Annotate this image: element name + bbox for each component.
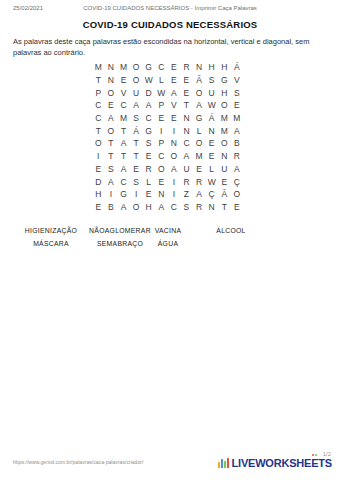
liveworksheets-logo: LIVEWORKSHEETS (218, 457, 333, 469)
grid-cell-r9c7: A (168, 163, 181, 176)
grid-cell-r10c7: I (168, 175, 181, 188)
grid-cell-r6c9: L (193, 124, 206, 137)
grid-cell-r2c1: T (92, 74, 105, 87)
grid-cell-r7c4: T (130, 137, 143, 150)
grid-cell-r4c9: A (193, 99, 206, 112)
grid-cell-r9c11: U (218, 163, 231, 176)
grid-cell-r1c10: H (205, 61, 218, 74)
grid-cell-r10c1: D (92, 175, 105, 188)
grid-cell-r3c9: O (193, 86, 206, 99)
grid-cell-r4c5: A (142, 99, 155, 112)
grid-cell-r11c2: I (105, 188, 118, 201)
grid-cell-r4c11: O (218, 99, 231, 112)
grid-cell-r9c3: A (117, 163, 130, 176)
grid-cell-r6c2: O (105, 124, 118, 137)
word-list-column-4: ÁLCOOL (205, 224, 257, 237)
grid-cell-r5c7: E (168, 112, 181, 125)
word-list-column-1: HIGIENIZAÇÃOMÁSCARA (18, 224, 84, 250)
word-item: ÁGUA (145, 237, 191, 250)
grid-cell-r6c10: N (205, 124, 218, 137)
grid-cell-r3c8: E (180, 86, 193, 99)
grid-cell-r10c2: A (105, 175, 118, 188)
grid-cell-r9c2: S (105, 163, 118, 176)
grid-cell-r8c3: T (117, 150, 130, 163)
grid-cell-r6c12: A (231, 124, 244, 137)
grid-cell-r11c8: Z (180, 188, 193, 201)
grid-cell-r2c7: E (168, 74, 181, 87)
grid-cell-r8c8: A (180, 150, 193, 163)
printed-worksheet-page: 25/02/2021 COVID-19 CUIDADOS NECESSÁRIOS… (0, 0, 340, 480)
grid-cell-r5c3: M (117, 112, 130, 125)
grid-cell-r1c7: E (168, 61, 181, 74)
grid-cell-r6c6: I (155, 124, 168, 137)
grid-cell-r5c2: A (105, 112, 118, 125)
grid-cell-r6c11: M (218, 124, 231, 137)
grid-cell-r8c1: I (92, 150, 105, 163)
word-list: HIGIENIZAÇÃOMÁSCARANÃOAGLOMERARSEMABRAÇO… (0, 224, 340, 254)
grid-cell-r7c12: B (231, 137, 244, 150)
grid-cell-r9c5: R (142, 163, 155, 176)
grid-cell-r3c5: D (142, 86, 155, 99)
grid-cell-r6c1: T (92, 124, 105, 137)
grid-cell-r9c4: E (130, 163, 143, 176)
grid-cell-r6c5: G (142, 124, 155, 137)
grid-cell-r5c8: N (180, 112, 193, 125)
print-footer-url: https://www.geniol.com.br/palavras/caca-… (13, 460, 143, 465)
word-search-grid: MNMOGCERNHHÁTNEOWLEEÃSGVPOVUDWAEOUHSCECA… (92, 61, 243, 213)
grid-cell-r7c6: P (155, 137, 168, 150)
grid-cell-r9c9: E (193, 163, 206, 176)
grid-cell-r11c10: Ç (205, 188, 218, 201)
grid-cell-r3c6: W (155, 86, 168, 99)
grid-cell-r3c2: O (105, 86, 118, 99)
grid-cell-r10c6: E (155, 175, 168, 188)
grid-cell-r1c8: R (180, 61, 193, 74)
grid-cell-r3c11: H (218, 86, 231, 99)
grid-cell-r3c10: U (205, 86, 218, 99)
grid-cell-r3c1: P (92, 86, 105, 99)
grid-cell-r1c4: O (130, 61, 143, 74)
grid-cell-r12c11: T (218, 201, 231, 214)
word-item: MÁSCARA (18, 237, 84, 250)
grid-cell-r12c3: A (117, 201, 130, 214)
grid-cell-r11c3: G (117, 188, 130, 201)
grid-cell-r11c11: Ã (218, 188, 231, 201)
grid-cell-r1c2: N (105, 61, 118, 74)
grid-cell-r12c12: E (231, 201, 244, 214)
grid-cell-r11c12: O (231, 188, 244, 201)
grid-cell-r7c11: O (218, 137, 231, 150)
grid-cell-r8c12: R (231, 150, 244, 163)
grid-cell-r10c8: R (180, 175, 193, 188)
grid-cell-r6c4: Á (130, 124, 143, 137)
grid-cell-r4c1: C (92, 99, 105, 112)
grid-cell-r7c2: T (105, 137, 118, 150)
word-item: VACINA (145, 224, 191, 237)
grid-cell-r4c3: C (117, 99, 130, 112)
instructions-text: As palavras deste caça palavras estão es… (13, 36, 329, 58)
page-title: COVID-19 CUIDADOS NECESSÁRIOS (0, 19, 340, 30)
grid-cell-r8c6: C (155, 150, 168, 163)
grid-cell-r1c1: M (92, 61, 105, 74)
liveworksheets-logo-text: LIVEWORKSHEETS (232, 457, 333, 469)
word-item: ÁLCOOL (205, 224, 257, 237)
grid-cell-r5c10: Á (205, 112, 218, 125)
grid-cell-r9c1: E (92, 163, 105, 176)
grid-cell-r6c3: T (117, 124, 130, 137)
grid-cell-r4c2: E (105, 99, 118, 112)
grid-cell-r2c10: S (205, 74, 218, 87)
grid-cell-r10c10: W (205, 175, 218, 188)
grid-cell-r2c9: Ã (193, 74, 206, 87)
grid-cell-r10c9: R (193, 175, 206, 188)
grid-cell-r12c2: B (105, 201, 118, 214)
grid-cell-r11c4: I (130, 188, 143, 201)
grid-cell-r7c9: O (193, 137, 206, 150)
grid-cell-r1c11: H (218, 61, 231, 74)
grid-cell-r10c3: C (117, 175, 130, 188)
grid-cell-r7c10: E (205, 137, 218, 150)
grid-cell-r2c2: N (105, 74, 118, 87)
print-header-title: COVID-19 CUIDADOS NECESSÁRIOS - Imprimir… (0, 5, 340, 11)
grid-cell-r7c5: S (142, 137, 155, 150)
grid-cell-r8c11: N (218, 150, 231, 163)
grid-cell-r2c8: E (180, 74, 193, 87)
grid-cell-r3c7: A (168, 86, 181, 99)
grid-cell-r7c3: A (117, 137, 130, 150)
grid-cell-r9c12: A (231, 163, 244, 176)
grid-cell-r6c8: N (180, 124, 193, 137)
grid-cell-r5c12: M (231, 112, 244, 125)
grid-cell-r5c11: M (218, 112, 231, 125)
grid-cell-r9c6: O (155, 163, 168, 176)
grid-cell-r1c3: M (117, 61, 130, 74)
word-list-column-3: VACINAÁGUA (145, 224, 191, 250)
grid-cell-r12c6: A (155, 201, 168, 214)
grid-cell-r10c4: S (130, 175, 143, 188)
grid-cell-r2c3: E (117, 74, 130, 87)
grid-cell-r12c9: R (193, 201, 206, 214)
grid-cell-r2c12: V (231, 74, 244, 87)
grid-cell-r10c11: E (218, 175, 231, 188)
grid-cell-r12c4: O (130, 201, 143, 214)
grid-cell-r4c8: T (180, 99, 193, 112)
grid-cell-r2c5: W (142, 74, 155, 87)
grid-cell-r4c4: A (130, 99, 143, 112)
grid-cell-r8c4: T (130, 150, 143, 163)
grid-cell-r8c2: T (105, 150, 118, 163)
grid-cell-r4c6: P (155, 99, 168, 112)
grid-cell-r5c4: S (130, 112, 143, 125)
grid-cell-r9c10: L (205, 163, 218, 176)
grid-cell-r7c7: N (168, 137, 181, 150)
grid-cell-r2c11: G (218, 74, 231, 87)
grid-cell-r10c5: L (142, 175, 155, 188)
grid-cell-r10c12: Ç (231, 175, 244, 188)
grid-cell-r7c1: O (92, 137, 105, 150)
grid-cell-r8c7: O (168, 150, 181, 163)
grid-cell-r11c6: N (155, 188, 168, 201)
grid-cell-r5c6: E (155, 112, 168, 125)
grid-cell-r3c12: S (231, 86, 244, 99)
grid-cell-r1c5: G (142, 61, 155, 74)
grid-cell-r4c12: E (231, 99, 244, 112)
grid-cell-r11c1: H (92, 188, 105, 201)
grid-cell-r5c9: G (193, 112, 206, 125)
grid-cell-r8c9: M (193, 150, 206, 163)
grid-cell-r8c10: E (205, 150, 218, 163)
grid-cell-r12c10: N (205, 201, 218, 214)
grid-cell-r12c1: E (92, 201, 105, 214)
grid-cell-r1c9: N (193, 61, 206, 74)
grid-cell-r4c10: W (205, 99, 218, 112)
liveworksheets-bars-icon (218, 457, 230, 469)
grid-cell-r11c5: E (142, 188, 155, 201)
word-item: HIGIENIZAÇÃO (18, 224, 84, 237)
grid-cell-r3c3: V (117, 86, 130, 99)
grid-cell-r12c5: H (142, 201, 155, 214)
grid-cell-r11c9: A (193, 188, 206, 201)
grid-cell-r2c6: L (155, 74, 168, 87)
grid-cell-r3c4: U (130, 86, 143, 99)
grid-cell-r2c4: O (130, 74, 143, 87)
grid-cell-r11c7: I (168, 188, 181, 201)
grid-cell-r1c6: C (155, 61, 168, 74)
grid-cell-r4c7: V (168, 99, 181, 112)
grid-cell-r12c7: C (168, 201, 181, 214)
grid-cell-r6c7: I (168, 124, 181, 137)
grid-cell-r9c8: U (180, 163, 193, 176)
grid-cell-r12c8: S (180, 201, 193, 214)
grid-cell-r1c12: Á (231, 61, 244, 74)
grid-cell-r5c5: C (142, 112, 155, 125)
grid-cell-r7c8: C (180, 137, 193, 150)
grid-cell-r5c1: C (92, 112, 105, 125)
grid-cell-r8c5: E (142, 150, 155, 163)
